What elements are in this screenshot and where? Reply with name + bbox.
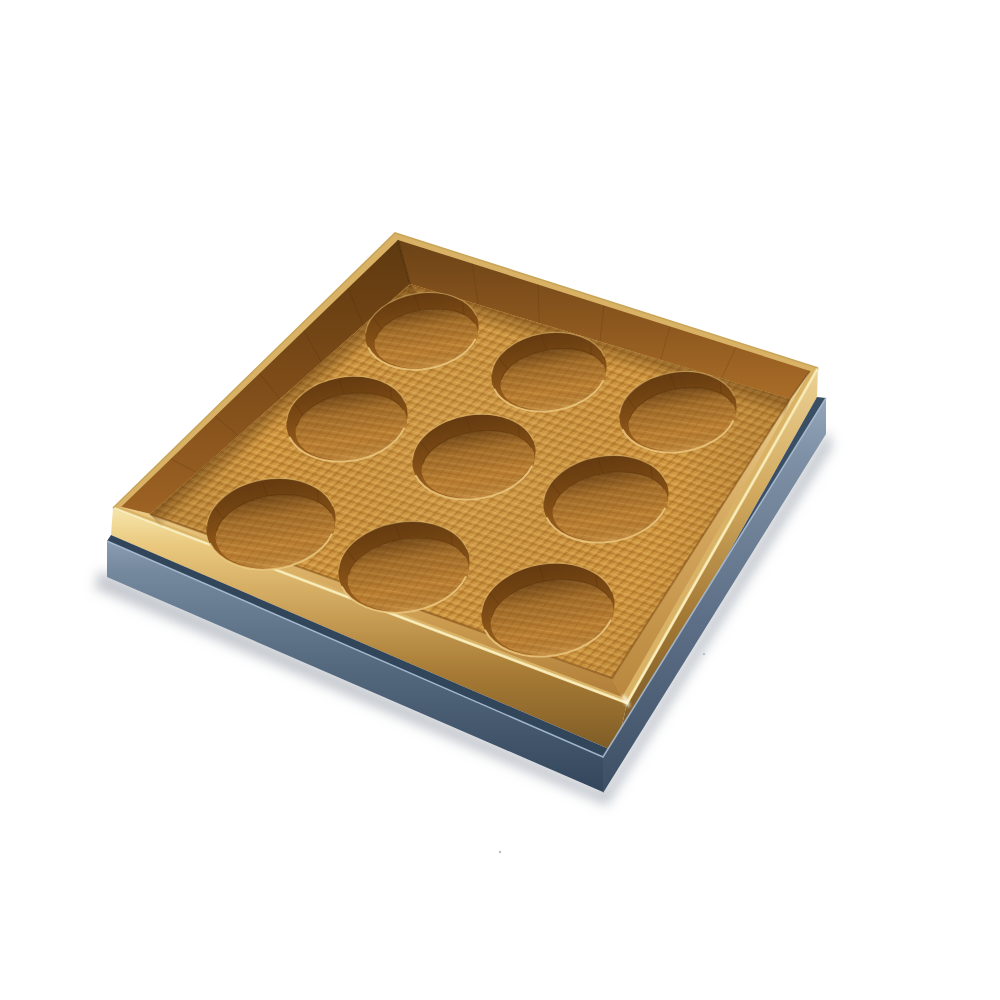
- product-photo-stage: [0, 0, 1000, 1000]
- dust-speck: [499, 851, 501, 853]
- dust-speck: [703, 653, 705, 655]
- chocolate-box-tray-photo: [0, 0, 1000, 1000]
